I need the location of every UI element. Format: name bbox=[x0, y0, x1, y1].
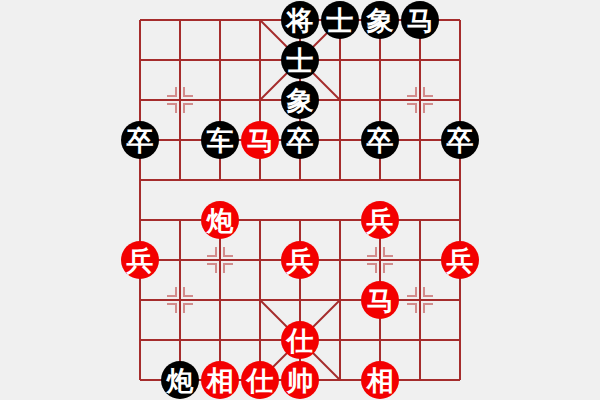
point-h9[interactable] bbox=[400, 360, 440, 400]
xiangqi-board: 将士象马士象卒车马卒卒卒炮兵兵兵兵马仕炮相仕帅相 bbox=[0, 0, 600, 400]
point-g1[interactable] bbox=[360, 40, 400, 80]
point-g3[interactable]: 卒 bbox=[360, 120, 400, 160]
piece-red-cannon[interactable]: 炮 bbox=[201, 201, 239, 239]
point-i5[interactable] bbox=[440, 200, 480, 240]
point-d0[interactable] bbox=[240, 0, 280, 40]
point-a0[interactable] bbox=[120, 0, 160, 40]
point-b4[interactable] bbox=[160, 160, 200, 200]
piece-red-horse[interactable]: 马 bbox=[361, 281, 399, 319]
point-h7[interactable] bbox=[400, 280, 440, 320]
point-a4[interactable] bbox=[120, 160, 160, 200]
point-d5[interactable] bbox=[240, 200, 280, 240]
piece-black-elephant[interactable]: 象 bbox=[281, 81, 319, 119]
piece-black-soldier[interactable]: 卒 bbox=[441, 121, 479, 159]
piece-black-soldier[interactable]: 卒 bbox=[361, 121, 399, 159]
point-h1[interactable] bbox=[400, 40, 440, 80]
point-f6[interactable] bbox=[320, 240, 360, 280]
point-c5[interactable]: 炮 bbox=[200, 200, 240, 240]
point-b3[interactable] bbox=[160, 120, 200, 160]
point-e4[interactable] bbox=[280, 160, 320, 200]
point-f4[interactable] bbox=[320, 160, 360, 200]
point-a5[interactable] bbox=[120, 200, 160, 240]
piece-red-horse[interactable]: 马 bbox=[241, 121, 279, 159]
point-b0[interactable] bbox=[160, 0, 200, 40]
point-e5[interactable] bbox=[280, 200, 320, 240]
point-c6[interactable] bbox=[200, 240, 240, 280]
point-f0[interactable]: 士 bbox=[320, 0, 360, 40]
point-a3[interactable]: 卒 bbox=[120, 120, 160, 160]
point-f7[interactable] bbox=[320, 280, 360, 320]
piece-red-soldier[interactable]: 兵 bbox=[361, 201, 399, 239]
piece-red-advisor[interactable]: 仕 bbox=[281, 321, 319, 359]
point-g2[interactable] bbox=[360, 80, 400, 120]
point-b1[interactable] bbox=[160, 40, 200, 80]
piece-red-soldier[interactable]: 兵 bbox=[441, 241, 479, 279]
piece-red-general[interactable]: 帅 bbox=[281, 361, 319, 399]
point-i9[interactable] bbox=[440, 360, 480, 400]
point-e2[interactable]: 象 bbox=[280, 80, 320, 120]
point-c4[interactable] bbox=[200, 160, 240, 200]
piece-red-soldier[interactable]: 兵 bbox=[121, 241, 159, 279]
piece-black-soldier[interactable]: 卒 bbox=[281, 121, 319, 159]
point-i6[interactable]: 兵 bbox=[440, 240, 480, 280]
point-f3[interactable] bbox=[320, 120, 360, 160]
point-f5[interactable] bbox=[320, 200, 360, 240]
point-b5[interactable] bbox=[160, 200, 200, 240]
board-grid: 将士象马士象卒车马卒卒卒炮兵兵兵兵马仕炮相仕帅相 bbox=[120, 0, 480, 400]
point-d8[interactable] bbox=[240, 320, 280, 360]
point-c2[interactable] bbox=[200, 80, 240, 120]
piece-black-advisor[interactable]: 士 bbox=[321, 1, 359, 39]
point-e8[interactable]: 仕 bbox=[280, 320, 320, 360]
point-g4[interactable] bbox=[360, 160, 400, 200]
point-d6[interactable] bbox=[240, 240, 280, 280]
point-i3[interactable]: 卒 bbox=[440, 120, 480, 160]
point-i0[interactable] bbox=[440, 0, 480, 40]
point-f8[interactable] bbox=[320, 320, 360, 360]
piece-black-chariot[interactable]: 车 bbox=[201, 121, 239, 159]
point-e0[interactable]: 将 bbox=[280, 0, 320, 40]
piece-black-soldier[interactable]: 卒 bbox=[121, 121, 159, 159]
point-a2[interactable] bbox=[120, 80, 160, 120]
point-b6[interactable] bbox=[160, 240, 200, 280]
point-b8[interactable] bbox=[160, 320, 200, 360]
point-e7[interactable] bbox=[280, 280, 320, 320]
point-g5[interactable]: 兵 bbox=[360, 200, 400, 240]
point-e3[interactable]: 卒 bbox=[280, 120, 320, 160]
point-h0[interactable]: 马 bbox=[400, 0, 440, 40]
point-c3[interactable]: 车 bbox=[200, 120, 240, 160]
piece-black-cannon[interactable]: 炮 bbox=[161, 361, 199, 399]
point-g7[interactable]: 马 bbox=[360, 280, 400, 320]
point-d3[interactable]: 马 bbox=[240, 120, 280, 160]
point-g8[interactable] bbox=[360, 320, 400, 360]
point-i1[interactable] bbox=[440, 40, 480, 80]
point-c9[interactable]: 相 bbox=[200, 360, 240, 400]
point-e9[interactable]: 帅 bbox=[280, 360, 320, 400]
point-h8[interactable] bbox=[400, 320, 440, 360]
point-e1[interactable]: 士 bbox=[280, 40, 320, 80]
point-h5[interactable] bbox=[400, 200, 440, 240]
piece-black-elephant[interactable]: 象 bbox=[361, 1, 399, 39]
point-a1[interactable] bbox=[120, 40, 160, 80]
piece-red-soldier[interactable]: 兵 bbox=[281, 241, 319, 279]
point-d4[interactable] bbox=[240, 160, 280, 200]
piece-black-general[interactable]: 将 bbox=[281, 1, 319, 39]
point-d2[interactable] bbox=[240, 80, 280, 120]
point-g0[interactable]: 象 bbox=[360, 0, 400, 40]
point-d1[interactable] bbox=[240, 40, 280, 80]
point-i2[interactable] bbox=[440, 80, 480, 120]
point-c1[interactable] bbox=[200, 40, 240, 80]
point-g9[interactable]: 相 bbox=[360, 360, 400, 400]
point-a8[interactable] bbox=[120, 320, 160, 360]
point-i4[interactable] bbox=[440, 160, 480, 200]
point-a9[interactable] bbox=[120, 360, 160, 400]
point-b7[interactable] bbox=[160, 280, 200, 320]
point-f1[interactable] bbox=[320, 40, 360, 80]
point-f2[interactable] bbox=[320, 80, 360, 120]
point-h2[interactable] bbox=[400, 80, 440, 120]
point-c0[interactable] bbox=[200, 0, 240, 40]
point-b9[interactable]: 炮 bbox=[160, 360, 200, 400]
point-f9[interactable] bbox=[320, 360, 360, 400]
point-b2[interactable] bbox=[160, 80, 200, 120]
point-h3[interactable] bbox=[400, 120, 440, 160]
point-i8[interactable] bbox=[440, 320, 480, 360]
point-a7[interactable] bbox=[120, 280, 160, 320]
point-d7[interactable] bbox=[240, 280, 280, 320]
point-e6[interactable]: 兵 bbox=[280, 240, 320, 280]
point-c8[interactable] bbox=[200, 320, 240, 360]
point-c7[interactable] bbox=[200, 280, 240, 320]
point-h4[interactable] bbox=[400, 160, 440, 200]
piece-red-elephant[interactable]: 相 bbox=[361, 361, 399, 399]
point-a6[interactable]: 兵 bbox=[120, 240, 160, 280]
piece-red-advisor[interactable]: 仕 bbox=[241, 361, 279, 399]
piece-black-advisor[interactable]: 士 bbox=[281, 41, 319, 79]
point-d9[interactable]: 仕 bbox=[240, 360, 280, 400]
point-h6[interactable] bbox=[400, 240, 440, 280]
point-g6[interactable] bbox=[360, 240, 400, 280]
point-i7[interactable] bbox=[440, 280, 480, 320]
piece-red-elephant[interactable]: 相 bbox=[201, 361, 239, 399]
piece-black-horse[interactable]: 马 bbox=[401, 1, 439, 39]
